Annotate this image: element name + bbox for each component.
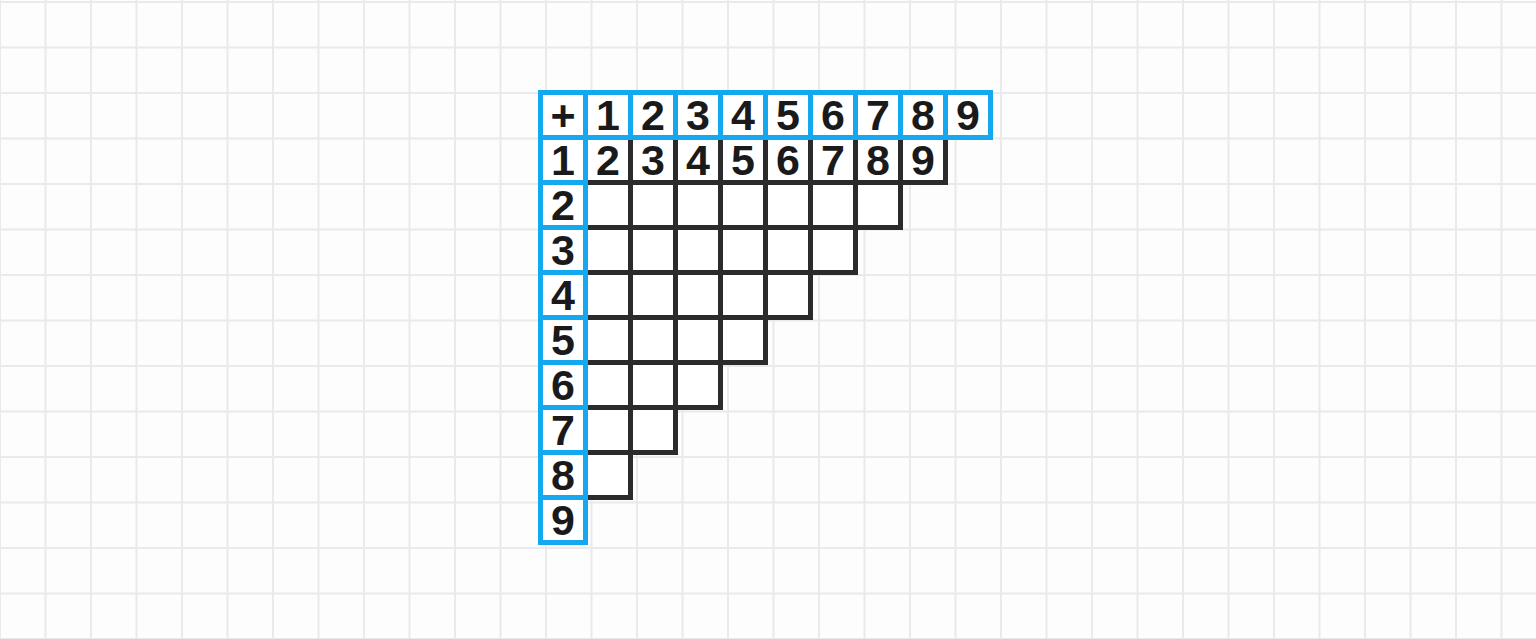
col-header-7: 7: [853, 90, 903, 140]
col-header-1: 1: [583, 90, 633, 140]
col-header-2: 2: [628, 90, 678, 140]
row-header-1: 1: [538, 135, 588, 185]
col-header-8: 8: [898, 90, 948, 140]
row-header-6: 6: [538, 360, 588, 410]
row-header-8: 8: [538, 450, 588, 500]
row-header-7: 7: [538, 405, 588, 455]
col-header-4: 4: [718, 90, 768, 140]
col-header-6: 6: [808, 90, 858, 140]
operator-cell: +: [538, 90, 588, 140]
col-header-9: 9: [943, 90, 993, 140]
addition-table-board: 23456789 +123456789123456789: [538, 90, 993, 545]
row-header-9: 9: [538, 495, 588, 545]
row-header-2: 2: [538, 180, 588, 230]
col-header-3: 3: [673, 90, 723, 140]
row-header-5: 5: [538, 315, 588, 365]
row-header-4: 4: [538, 270, 588, 320]
row-header-3: 3: [538, 225, 588, 275]
col-header-5: 5: [763, 90, 813, 140]
header-cells-layer: +123456789123456789: [538, 90, 993, 545]
worksheet-canvas: { "game": "addition-table-worksheet", "d…: [0, 0, 1536, 639]
